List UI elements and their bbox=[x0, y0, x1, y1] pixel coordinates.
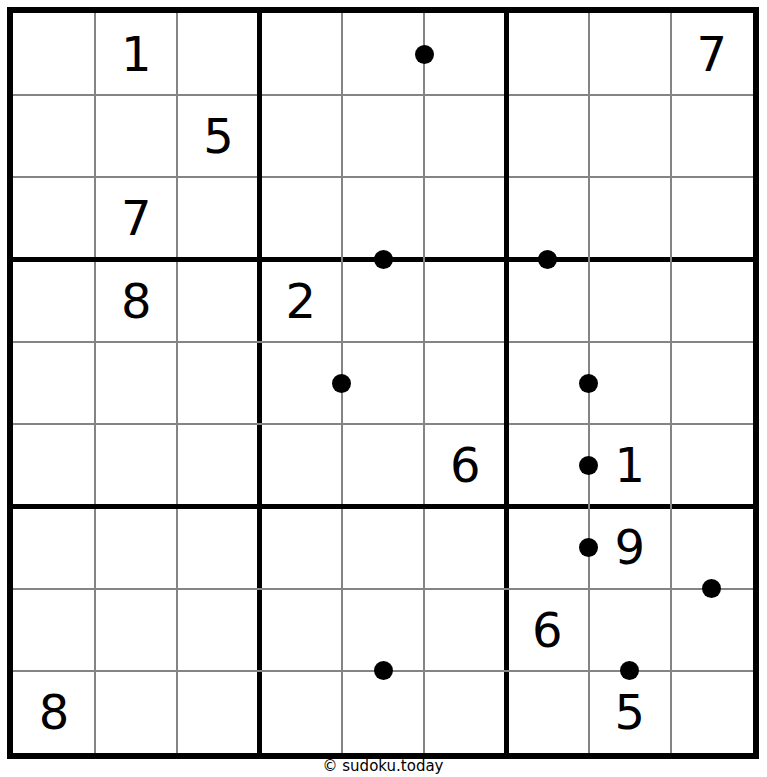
cell-r8c4[interactable] bbox=[260, 589, 342, 671]
cell-r8c8[interactable] bbox=[589, 589, 671, 671]
consecutive-dot-R3C7-R4C7 bbox=[538, 250, 557, 269]
page: 175782619685 © sudoku.today bbox=[0, 0, 767, 777]
cell-r5c8[interactable] bbox=[589, 342, 671, 424]
cell-r4c8[interactable] bbox=[589, 260, 671, 342]
cell-r6c4[interactable] bbox=[260, 424, 342, 506]
cell-r1c9: 7 bbox=[671, 13, 753, 95]
cell-r4c3[interactable] bbox=[177, 260, 259, 342]
cell-r7c7[interactable] bbox=[506, 506, 588, 588]
cell-r7c4[interactable] bbox=[260, 506, 342, 588]
cell-r5c4[interactable] bbox=[260, 342, 342, 424]
cell-r8c5[interactable] bbox=[342, 589, 424, 671]
cell-r2c1[interactable] bbox=[13, 95, 95, 177]
cell-r4c1[interactable] bbox=[13, 260, 95, 342]
cell-r7c5[interactable] bbox=[342, 506, 424, 588]
cell-r8c1[interactable] bbox=[13, 589, 95, 671]
cell-r7c6[interactable] bbox=[424, 506, 506, 588]
consecutive-dot-R8C5-R9C5 bbox=[374, 661, 393, 680]
cell-r7c8: 9 bbox=[589, 506, 671, 588]
cell-r2c9[interactable] bbox=[671, 95, 753, 177]
cell-r8c9[interactable] bbox=[671, 589, 753, 671]
consecutive-dot-R1C5-R1C6 bbox=[415, 45, 434, 64]
cell-r9c5[interactable] bbox=[342, 671, 424, 753]
cell-r6c5[interactable] bbox=[342, 424, 424, 506]
cell-r1c7[interactable] bbox=[506, 13, 588, 95]
cell-r6c8: 1 bbox=[589, 424, 671, 506]
cell-r3c8[interactable] bbox=[589, 177, 671, 259]
cell-r9c2[interactable] bbox=[95, 671, 177, 753]
cell-r8c3[interactable] bbox=[177, 589, 259, 671]
cell-r6c6: 6 bbox=[424, 424, 506, 506]
cell-r3c4[interactable] bbox=[260, 177, 342, 259]
cell-r6c7[interactable] bbox=[506, 424, 588, 506]
consecutive-dot-R6C7-R6C8 bbox=[579, 456, 598, 475]
cell-r2c2[interactable] bbox=[95, 95, 177, 177]
board: 175782619685 bbox=[7, 7, 759, 759]
cell-r5c7[interactable] bbox=[506, 342, 588, 424]
cell-r9c3[interactable] bbox=[177, 671, 259, 753]
cell-r7c3[interactable] bbox=[177, 506, 259, 588]
cell-r1c3[interactable] bbox=[177, 13, 259, 95]
cell-r4c9[interactable] bbox=[671, 260, 753, 342]
cell-r2c6[interactable] bbox=[424, 95, 506, 177]
cell-r6c9[interactable] bbox=[671, 424, 753, 506]
cell-r7c1[interactable] bbox=[13, 506, 95, 588]
consecutive-dot-R7C7-R7C8 bbox=[579, 538, 598, 557]
cell-r7c9[interactable] bbox=[671, 506, 753, 588]
cell-r3c1[interactable] bbox=[13, 177, 95, 259]
consecutive-dot-R5C7-R5C8 bbox=[579, 374, 598, 393]
cell-r5c3[interactable] bbox=[177, 342, 259, 424]
cell-r3c2: 7 bbox=[95, 177, 177, 259]
cell-r4c6[interactable] bbox=[424, 260, 506, 342]
cell-r9c4[interactable] bbox=[260, 671, 342, 753]
cell-r1c2: 1 bbox=[95, 13, 177, 95]
cell-r9c7[interactable] bbox=[506, 671, 588, 753]
cell-r5c6[interactable] bbox=[424, 342, 506, 424]
cell-r4c7[interactable] bbox=[506, 260, 588, 342]
cell-r4c5[interactable] bbox=[342, 260, 424, 342]
cell-r2c7[interactable] bbox=[506, 95, 588, 177]
cell-r5c5[interactable] bbox=[342, 342, 424, 424]
cell-r1c6[interactable] bbox=[424, 13, 506, 95]
consecutive-dot-R3C5-R4C5 bbox=[374, 250, 393, 269]
cell-r4c2: 8 bbox=[95, 260, 177, 342]
cell-r8c2[interactable] bbox=[95, 589, 177, 671]
cell-r3c5[interactable] bbox=[342, 177, 424, 259]
cell-r2c8[interactable] bbox=[589, 95, 671, 177]
cell-r5c9[interactable] bbox=[671, 342, 753, 424]
consecutive-dot-R5C4-R5C5 bbox=[332, 374, 351, 393]
cell-r3c7[interactable] bbox=[506, 177, 588, 259]
cell-r9c9[interactable] bbox=[671, 671, 753, 753]
cell-r9c6[interactable] bbox=[424, 671, 506, 753]
cell-r1c8[interactable] bbox=[589, 13, 671, 95]
cell-r7c2[interactable] bbox=[95, 506, 177, 588]
cell-r1c4[interactable] bbox=[260, 13, 342, 95]
cell-r3c3[interactable] bbox=[177, 177, 259, 259]
cell-r1c1[interactable] bbox=[13, 13, 95, 95]
cell-r6c3[interactable] bbox=[177, 424, 259, 506]
cell-r1c5[interactable] bbox=[342, 13, 424, 95]
cell-r5c2[interactable] bbox=[95, 342, 177, 424]
cell-r3c6[interactable] bbox=[424, 177, 506, 259]
cell-r8c7: 6 bbox=[506, 589, 588, 671]
cell-r6c1[interactable] bbox=[13, 424, 95, 506]
cell-r9c1: 8 bbox=[13, 671, 95, 753]
cell-r2c4[interactable] bbox=[260, 95, 342, 177]
cell-r9c8: 5 bbox=[589, 671, 671, 753]
cell-r3c9[interactable] bbox=[671, 177, 753, 259]
cell-r4c4: 2 bbox=[260, 260, 342, 342]
cell-r2c5[interactable] bbox=[342, 95, 424, 177]
cell-r8c6[interactable] bbox=[424, 589, 506, 671]
cell-r5c1[interactable] bbox=[13, 342, 95, 424]
cell-r2c3: 5 bbox=[177, 95, 259, 177]
footer-credit-link[interactable]: © sudoku.today bbox=[7, 757, 759, 775]
cell-r6c2[interactable] bbox=[95, 424, 177, 506]
